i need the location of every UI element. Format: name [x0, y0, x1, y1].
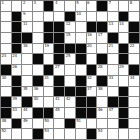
cell-r9c12[interactable] [129, 97, 139, 107]
cell-r6c0 [1, 65, 11, 75]
cell-r1c11 [119, 12, 129, 22]
cell-r9c6[interactable]: 42 [65, 97, 75, 107]
cell-r4c10[interactable]: 21 [108, 44, 118, 54]
cell-r10c2[interactable]: 44 [22, 108, 32, 118]
cell-r8c10[interactable] [108, 87, 118, 97]
clue-number: 51 [76, 119, 81, 123]
cell-r12c8 [87, 129, 97, 139]
cell-r1c4[interactable] [44, 12, 54, 22]
clue-number: 32 [87, 76, 92, 80]
cell-r12c10[interactable] [108, 129, 118, 139]
cell-r11c0[interactable]: 48 [1, 119, 11, 129]
cell-r0c4 [44, 1, 54, 11]
cell-r11c5[interactable] [54, 119, 64, 129]
cell-r10c10[interactable]: 47 [108, 108, 118, 118]
cell-r12c3 [33, 129, 43, 139]
cell-r7c11[interactable] [119, 76, 129, 86]
cell-r4c7 [76, 44, 86, 54]
cell-r11c2[interactable]: 49 [22, 119, 32, 129]
cell-r10c3 [33, 108, 43, 118]
clue-number: 36 [34, 87, 39, 91]
cell-r1c3[interactable] [33, 12, 43, 22]
clue-number: 10 [76, 12, 81, 16]
clue-number: 22 [130, 44, 135, 48]
clue-number: 15 [66, 33, 71, 37]
cell-r7c6[interactable] [65, 76, 75, 86]
cell-r2c5 [54, 22, 64, 32]
cell-r9c3[interactable]: 40 [33, 97, 43, 107]
clue-number: 24 [12, 54, 17, 58]
cell-r3c7[interactable] [76, 33, 86, 43]
clue-number: 46 [98, 108, 103, 112]
cell-r10c8 [87, 108, 97, 118]
clue-number: 34 [130, 76, 135, 80]
clue-number: 48 [2, 119, 7, 123]
cell-r0c7[interactable]: 5 [76, 1, 86, 11]
cell-r4c8[interactable]: 20 [87, 44, 97, 54]
cell-r5c9 [97, 54, 107, 64]
cell-r7c12[interactable]: 34 [129, 76, 139, 86]
cell-r7c1 [12, 76, 22, 86]
clue-number: 44 [23, 108, 28, 112]
cell-r10c12[interactable] [129, 108, 139, 118]
cell-r11c7[interactable]: 51 [76, 119, 86, 129]
cell-r5c7 [76, 54, 86, 64]
cell-r0c12[interactable]: 8 [129, 1, 139, 11]
clue-number: 19 [44, 44, 49, 48]
cell-r2c3[interactable] [33, 22, 43, 32]
cell-r6c8 [87, 65, 97, 75]
cell-r6c5[interactable]: 27 [54, 65, 64, 75]
cell-r4c3[interactable] [33, 44, 43, 54]
cell-r5c5 [54, 54, 64, 64]
cell-r9c11 [119, 97, 129, 107]
clue-number: 41 [55, 97, 60, 101]
clue-number: 28 [98, 65, 103, 69]
cell-r5c6[interactable]: 25 [65, 54, 75, 64]
cell-r8c1 [12, 87, 22, 97]
clue-number: 37 [87, 87, 92, 91]
cell-r2c2[interactable]: 11 [22, 22, 32, 32]
cell-r8c9[interactable]: 38 [97, 87, 107, 97]
cell-r0c11[interactable] [119, 1, 129, 11]
clue-number: 13 [108, 22, 113, 26]
clue-number: 2 [23, 1, 25, 5]
cell-r3c0[interactable] [1, 33, 11, 43]
cell-r4c0[interactable] [1, 44, 11, 54]
cell-r9c0 [1, 97, 11, 107]
cell-r2c7[interactable] [76, 22, 86, 32]
cell-r6c7[interactable] [76, 65, 86, 75]
cell-r5c4[interactable] [44, 54, 54, 64]
cell-r6c11[interactable]: 29 [119, 65, 129, 75]
cell-r7c4[interactable]: 31 [44, 76, 54, 86]
cell-r2c10[interactable]: 13 [108, 22, 118, 32]
clue-number: 47 [108, 108, 113, 112]
cell-r10c11 [119, 108, 129, 118]
cell-r3c9[interactable]: 17 [97, 33, 107, 43]
cell-r7c8[interactable]: 32 [87, 76, 97, 86]
cell-r9c7 [76, 97, 86, 107]
cell-r3c1 [12, 33, 22, 43]
cell-r4c9[interactable] [97, 44, 107, 54]
cell-r3c2 [22, 33, 32, 43]
cell-r1c10[interactable] [108, 12, 118, 22]
clue-number: 30 [2, 76, 7, 80]
cell-r8c5 [54, 87, 64, 97]
clue-number: 27 [55, 65, 60, 69]
cell-r5c10[interactable] [108, 54, 118, 64]
clue-number: 43 [12, 108, 17, 112]
cell-r0c3[interactable]: 3 [33, 1, 43, 11]
cell-r5c3 [33, 54, 43, 64]
cell-r4c1 [12, 44, 22, 54]
cell-r3c12 [129, 33, 139, 43]
cell-r6c9[interactable]: 28 [97, 65, 107, 75]
cell-r2c6[interactable]: 12 [65, 22, 75, 32]
cell-r5c1[interactable]: 24 [12, 54, 22, 64]
cell-r5c12[interactable] [129, 54, 139, 64]
clue-number: 42 [66, 97, 71, 101]
cell-r8c3[interactable]: 36 [33, 87, 43, 97]
cell-r0c8[interactable]: 6 [87, 1, 97, 11]
clue-number: 31 [44, 76, 49, 80]
cell-r5c8[interactable] [87, 54, 97, 64]
cell-r6c4 [44, 65, 54, 75]
cell-r7c2[interactable] [22, 76, 32, 86]
cell-r11c12[interactable] [129, 119, 139, 129]
clue-number: 50 [44, 119, 49, 123]
cell-r9c10 [108, 97, 118, 107]
cell-r7c0[interactable]: 30 [1, 76, 11, 86]
clue-number: 4 [55, 1, 57, 5]
cell-r8c12[interactable] [129, 87, 139, 97]
clue-number: 39 [12, 97, 17, 101]
cell-r4c6 [65, 44, 75, 54]
cell-r0c6[interactable] [65, 1, 75, 11]
cell-r2c9 [97, 22, 107, 32]
cell-r8c6 [65, 87, 75, 97]
cell-r11c11 [119, 119, 129, 129]
cell-r2c11[interactable]: 14 [119, 22, 129, 32]
cell-r0c5[interactable]: 4 [54, 1, 64, 11]
cell-r9c1[interactable]: 39 [12, 97, 22, 107]
clue-number: 49 [23, 119, 28, 123]
cell-r1c8[interactable] [87, 12, 97, 22]
cell-r8c11 [119, 87, 129, 97]
clue-number: 35 [23, 87, 28, 91]
cell-r4c5 [54, 44, 64, 54]
cell-r4c4[interactable]: 19 [44, 44, 54, 54]
clue-number: 11 [23, 22, 28, 26]
cell-r12c6[interactable] [65, 129, 75, 139]
cell-r2c4 [44, 22, 54, 32]
cell-r6c2[interactable] [22, 65, 32, 75]
clue-number: 29 [119, 65, 124, 69]
cell-r0c1[interactable] [12, 1, 22, 11]
cell-r0c0[interactable]: 1 [1, 1, 11, 11]
clue-number: 20 [87, 44, 92, 48]
clue-number: 40 [34, 97, 39, 101]
clue-number: 7 [108, 1, 110, 5]
cell-r7c7 [76, 76, 86, 86]
clue-number: 6 [87, 1, 89, 5]
cell-r3c3[interactable] [33, 33, 43, 43]
cell-r4c11 [119, 44, 129, 54]
cell-r1c1 [12, 12, 22, 22]
cell-r6c10[interactable] [108, 65, 118, 75]
cell-r5c2[interactable] [22, 54, 32, 64]
cell-r9c4[interactable] [44, 97, 54, 107]
cell-r1c6 [65, 12, 75, 22]
cell-r10c1[interactable]: 43 [12, 108, 22, 118]
cell-r4c12[interactable]: 22 [129, 44, 139, 54]
cell-r11c3[interactable] [33, 119, 43, 129]
cell-r7c5 [54, 76, 64, 86]
clue-number: 25 [66, 54, 71, 58]
cell-r0c2[interactable]: 2 [22, 1, 32, 11]
cell-r11c9[interactable] [97, 119, 107, 129]
cell-r8c7 [76, 87, 86, 97]
clue-number: 5 [76, 1, 78, 5]
clue-number: 54 [98, 129, 103, 133]
cell-r3c8[interactable]: 16 [87, 33, 97, 43]
cell-r10c4 [44, 108, 54, 118]
cell-r1c7[interactable]: 10 [76, 12, 86, 22]
cell-r7c9 [97, 76, 107, 86]
cell-r2c1 [12, 22, 22, 32]
clue-number: 14 [119, 22, 124, 26]
cell-r6c6[interactable] [65, 65, 75, 75]
cell-r7c3 [33, 76, 43, 86]
cell-r6c3[interactable] [33, 65, 43, 75]
clue-number: 45 [55, 108, 60, 112]
cell-r5c0[interactable]: 23 [1, 54, 11, 64]
cell-r1c12[interactable] [129, 12, 139, 22]
cell-r1c0[interactable] [1, 12, 11, 22]
cell-r2c0[interactable] [1, 22, 11, 32]
clue-number: 38 [98, 87, 103, 91]
clue-number: 53 [44, 129, 49, 133]
cell-r8c2[interactable]: 35 [22, 87, 32, 97]
clue-number: 1 [2, 1, 4, 5]
clue-number: 23 [2, 54, 7, 58]
clue-number: 12 [66, 22, 71, 26]
cell-r8c4[interactable] [44, 87, 54, 97]
cell-r9c9[interactable] [97, 97, 107, 107]
cell-r1c9[interactable] [97, 12, 107, 22]
cell-r10c5[interactable]: 45 [54, 108, 64, 118]
crossword-grid: 1234567891011121314151617181920212223242… [0, 0, 140, 140]
cell-r11c10[interactable] [108, 119, 118, 129]
cell-r9c2 [22, 97, 32, 107]
cell-r12c9[interactable]: 54 [97, 129, 107, 139]
cell-r11c4[interactable]: 50 [44, 119, 54, 129]
cell-r8c0[interactable] [1, 87, 11, 97]
cell-r11c6 [65, 119, 75, 129]
cell-r10c0 [1, 108, 11, 118]
clue-number: 17 [98, 33, 103, 37]
cell-r3c10 [108, 33, 118, 43]
cell-r12c12[interactable] [129, 129, 139, 139]
clue-number: 21 [108, 44, 113, 48]
cell-r11c1 [12, 119, 22, 129]
cell-r4c2[interactable]: 18 [22, 44, 32, 54]
cell-r10c9[interactable]: 46 [97, 108, 107, 118]
cell-r3c11[interactable] [119, 33, 129, 43]
cell-r2c12 [129, 22, 139, 32]
clue-number: 18 [23, 44, 28, 48]
cell-r12c4[interactable]: 53 [44, 129, 54, 139]
cell-r9c5[interactable]: 41 [54, 97, 64, 107]
cell-r12c0[interactable]: 52 [1, 129, 11, 139]
cell-r11c8[interactable] [87, 119, 97, 129]
clue-number: 33 [108, 76, 113, 80]
cell-r3c4 [44, 33, 54, 43]
cell-r9c8 [87, 97, 97, 107]
cell-r8c8[interactable]: 37 [87, 87, 97, 97]
cell-r10c6[interactable] [65, 108, 75, 118]
clue-number: 16 [87, 33, 92, 37]
clue-number: 26 [12, 65, 17, 69]
clue-number: 52 [2, 129, 7, 133]
cell-r12c5[interactable] [54, 129, 64, 139]
cell-r12c11[interactable] [119, 129, 129, 139]
cell-r1c2[interactable]: 9 [22, 12, 32, 22]
cell-r6c12 [129, 65, 139, 75]
cell-r6c1[interactable]: 26 [12, 65, 22, 75]
cell-r10c7 [76, 108, 86, 118]
clue-number: 3 [34, 1, 36, 5]
cell-r0c9 [97, 1, 107, 11]
cell-r3c6[interactable]: 15 [65, 33, 75, 43]
cell-r0c10[interactable]: 7 [108, 1, 118, 11]
cell-r1c5[interactable] [54, 12, 64, 22]
cell-r12c1[interactable] [12, 129, 22, 139]
cell-r12c7[interactable] [76, 129, 86, 139]
cell-r3c5 [54, 33, 64, 43]
clue-number: 9 [23, 12, 25, 16]
cell-r2c8 [87, 22, 97, 32]
cell-r7c10[interactable]: 33 [108, 76, 118, 86]
cell-r5c11 [119, 54, 129, 64]
cell-r12c2[interactable] [22, 129, 32, 139]
clue-number: 8 [130, 1, 132, 5]
